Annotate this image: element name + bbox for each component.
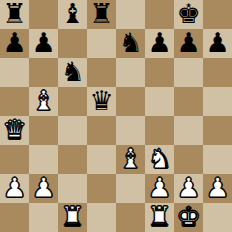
- square-a1[interactable]: [0, 203, 29, 232]
- white-pawn-a2[interactable]: ♟: [2, 174, 26, 202]
- white-pawn-g2[interactable]: ♟: [176, 174, 200, 202]
- square-b3[interactable]: [29, 145, 58, 174]
- square-f6[interactable]: [145, 58, 174, 87]
- square-a5[interactable]: [0, 87, 29, 116]
- white-rook-c1[interactable]: ♜: [60, 203, 84, 231]
- square-d7[interactable]: [87, 29, 116, 58]
- square-d5[interactable]: ♛: [87, 87, 116, 116]
- black-knight-e7[interactable]: ♞: [118, 29, 142, 57]
- square-c5[interactable]: [58, 87, 87, 116]
- black-pawn-g7[interactable]: ♟: [176, 29, 200, 57]
- square-b2[interactable]: ♟: [29, 174, 58, 203]
- white-pawn-f2[interactable]: ♟: [147, 174, 171, 202]
- white-knight-f3[interactable]: ♞: [147, 145, 171, 173]
- square-h6[interactable]: [203, 58, 232, 87]
- square-c2[interactable]: [58, 174, 87, 203]
- square-b4[interactable]: [29, 116, 58, 145]
- square-c7[interactable]: [58, 29, 87, 58]
- square-e3[interactable]: ♝: [116, 145, 145, 174]
- square-b8[interactable]: [29, 0, 58, 29]
- square-g7[interactable]: ♟: [174, 29, 203, 58]
- white-bishop-b5[interactable]: ♝: [31, 87, 55, 115]
- square-c6[interactable]: ♞: [58, 58, 87, 87]
- square-h7[interactable]: ♟: [203, 29, 232, 58]
- white-pawn-h2[interactable]: ♟: [205, 174, 229, 202]
- square-b5[interactable]: ♝: [29, 87, 58, 116]
- square-f5[interactable]: [145, 87, 174, 116]
- white-pawn-b2[interactable]: ♟: [31, 174, 55, 202]
- square-a2[interactable]: ♟: [0, 174, 29, 203]
- square-c8[interactable]: ♝: [58, 0, 87, 29]
- square-d4[interactable]: [87, 116, 116, 145]
- square-a4[interactable]: ♛: [0, 116, 29, 145]
- square-e2[interactable]: [116, 174, 145, 203]
- square-c1[interactable]: ♜: [58, 203, 87, 232]
- square-h3[interactable]: [203, 145, 232, 174]
- white-king-g1[interactable]: ♚: [176, 203, 200, 231]
- square-b1[interactable]: [29, 203, 58, 232]
- black-queen-d5[interactable]: ♛: [89, 87, 113, 115]
- square-f7[interactable]: ♟: [145, 29, 174, 58]
- white-queen-a4[interactable]: ♛: [2, 116, 26, 144]
- square-f4[interactable]: [145, 116, 174, 145]
- square-f1[interactable]: ♜: [145, 203, 174, 232]
- square-g6[interactable]: [174, 58, 203, 87]
- square-a6[interactable]: [0, 58, 29, 87]
- square-e1[interactable]: [116, 203, 145, 232]
- square-e6[interactable]: [116, 58, 145, 87]
- black-bishop-c8[interactable]: ♝: [60, 0, 84, 28]
- square-a8[interactable]: ♜: [0, 0, 29, 29]
- square-c3[interactable]: [58, 145, 87, 174]
- chess-board: ♜♝♜♚♟♟♞♟♟♟♞♝♛♛♝♞♟♟♟♟♟♜♜♚: [0, 0, 232, 232]
- black-pawn-f7[interactable]: ♟: [147, 29, 171, 57]
- white-rook-f1[interactable]: ♜: [147, 203, 171, 231]
- black-king-g8[interactable]: ♚: [176, 0, 200, 28]
- black-rook-a8[interactable]: ♜: [2, 0, 26, 28]
- square-g3[interactable]: [174, 145, 203, 174]
- square-e4[interactable]: [116, 116, 145, 145]
- square-a3[interactable]: [0, 145, 29, 174]
- square-f3[interactable]: ♞: [145, 145, 174, 174]
- square-b7[interactable]: ♟: [29, 29, 58, 58]
- square-g2[interactable]: ♟: [174, 174, 203, 203]
- black-pawn-b7[interactable]: ♟: [31, 29, 55, 57]
- square-g8[interactable]: ♚: [174, 0, 203, 29]
- black-knight-c6[interactable]: ♞: [60, 58, 84, 86]
- black-rook-d8[interactable]: ♜: [89, 0, 113, 28]
- square-g5[interactable]: [174, 87, 203, 116]
- square-d3[interactable]: [87, 145, 116, 174]
- square-f8[interactable]: [145, 0, 174, 29]
- square-h2[interactable]: ♟: [203, 174, 232, 203]
- square-e5[interactable]: [116, 87, 145, 116]
- square-b6[interactable]: [29, 58, 58, 87]
- black-pawn-a7[interactable]: ♟: [2, 29, 26, 57]
- square-h4[interactable]: [203, 116, 232, 145]
- square-h8[interactable]: [203, 0, 232, 29]
- square-g1[interactable]: ♚: [174, 203, 203, 232]
- square-e7[interactable]: ♞: [116, 29, 145, 58]
- square-h5[interactable]: [203, 87, 232, 116]
- square-g4[interactable]: [174, 116, 203, 145]
- black-pawn-h7[interactable]: ♟: [205, 29, 229, 57]
- square-d6[interactable]: [87, 58, 116, 87]
- square-a7[interactable]: ♟: [0, 29, 29, 58]
- square-h1[interactable]: [203, 203, 232, 232]
- square-d2[interactable]: [87, 174, 116, 203]
- square-d8[interactable]: ♜: [87, 0, 116, 29]
- square-f2[interactable]: ♟: [145, 174, 174, 203]
- square-c4[interactable]: [58, 116, 87, 145]
- white-bishop-e3[interactable]: ♝: [118, 145, 142, 173]
- square-e8[interactable]: [116, 0, 145, 29]
- square-d1[interactable]: [87, 203, 116, 232]
